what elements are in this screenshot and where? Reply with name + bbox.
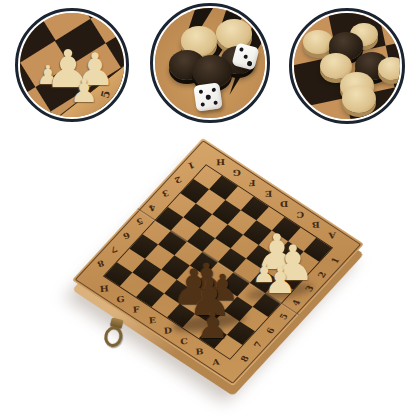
clasp-latch — [97, 315, 130, 352]
product-photo-3in1-game-set: 5 ♟♟♟♟ HGFEDCBA HGFEDCBA 12345678 — [0, 0, 420, 420]
die-pip — [213, 100, 218, 105]
inset-chess-piece: ♟ — [70, 75, 99, 107]
file-label: A — [321, 228, 342, 243]
die-pip — [198, 89, 203, 94]
die-pip — [242, 53, 248, 59]
die-pip — [205, 94, 210, 99]
die-showing-5 — [193, 82, 222, 111]
die-pip — [200, 102, 205, 107]
draughts-disc — [342, 85, 376, 113]
die-pip — [238, 46, 244, 52]
die-showing-3 — [231, 42, 259, 70]
file-label: A — [205, 354, 227, 370]
die-pip — [246, 60, 252, 66]
die-pip — [211, 87, 216, 92]
draughts-disc — [378, 57, 400, 80]
